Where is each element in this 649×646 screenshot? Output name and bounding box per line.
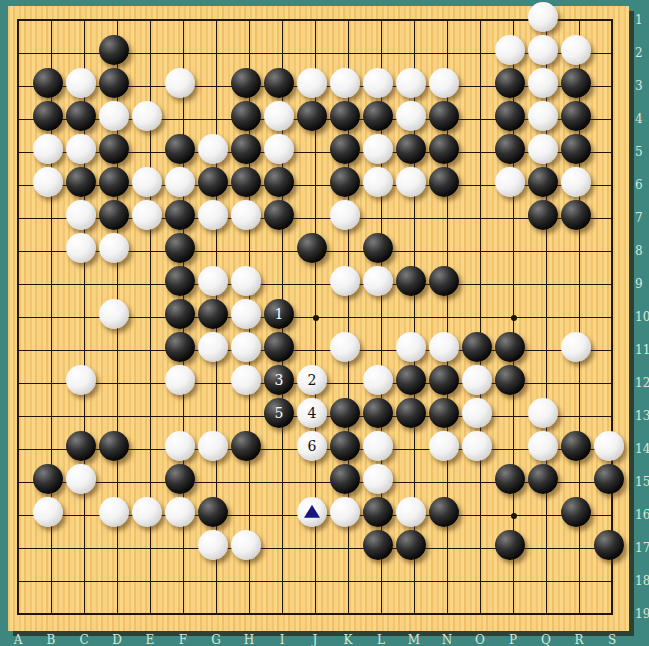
stone-R11 <box>561 332 591 362</box>
grid-hline-18 <box>18 581 613 582</box>
move-number-5: 5 <box>275 406 284 420</box>
stone-H10 <box>231 299 261 329</box>
column-label-J: J <box>313 633 318 646</box>
stone-K3 <box>330 68 360 98</box>
stone-Q15 <box>528 464 558 494</box>
stone-F12 <box>165 365 195 395</box>
stone-E4 <box>132 101 162 131</box>
stone-Q14 <box>528 431 558 461</box>
stone-N11 <box>429 332 459 362</box>
stone-G10 <box>198 299 228 329</box>
column-label-G: G <box>211 633 221 646</box>
stone-N5 <box>429 134 459 164</box>
stone-L6 <box>363 167 393 197</box>
column-label-A: A <box>14 633 23 646</box>
row-label-19: 19 <box>635 607 649 621</box>
stone-K7 <box>330 200 360 230</box>
stone-B15 <box>33 464 63 494</box>
stone-M9 <box>396 266 426 296</box>
stone-P11 <box>495 332 525 362</box>
row-label-8: 8 <box>635 244 643 258</box>
stone-N13 <box>429 398 459 428</box>
stone-L3 <box>363 68 393 98</box>
stone-D6 <box>99 167 129 197</box>
stone-L13 <box>363 398 393 428</box>
stone-M12 <box>396 365 426 395</box>
stone-C5 <box>66 134 96 164</box>
stone-L15 <box>363 464 393 494</box>
row-label-16: 16 <box>635 508 649 522</box>
star-point-P10 <box>511 315 517 321</box>
star-point-P16 <box>511 513 517 519</box>
stone-I7 <box>264 200 294 230</box>
stone-G16 <box>198 497 228 527</box>
column-label-E: E <box>146 633 155 646</box>
stone-O12 <box>462 365 492 395</box>
stone-M5 <box>396 134 426 164</box>
stone-B4 <box>33 101 63 131</box>
move-number-2: 2 <box>308 373 317 387</box>
stone-C12 <box>66 365 96 395</box>
stone-I6 <box>264 167 294 197</box>
stone-C8 <box>66 233 96 263</box>
stone-Q4 <box>528 101 558 131</box>
stone-K5 <box>330 134 360 164</box>
row-label-9: 9 <box>635 277 643 291</box>
stone-O14 <box>462 431 492 461</box>
stone-F14 <box>165 431 195 461</box>
stone-I10: 1 <box>264 299 294 329</box>
stone-N12 <box>429 365 459 395</box>
stone-N16 <box>429 497 459 527</box>
stone-H7 <box>231 200 261 230</box>
stone-Q3 <box>528 68 558 98</box>
stone-K4 <box>330 101 360 131</box>
stone-G7 <box>198 200 228 230</box>
column-label-N: N <box>442 633 453 646</box>
stone-R5 <box>561 134 591 164</box>
row-label-1: 1 <box>635 13 643 27</box>
stone-F3 <box>165 68 195 98</box>
stone-M11 <box>396 332 426 362</box>
stone-D2 <box>99 35 129 65</box>
stone-D5 <box>99 134 129 164</box>
stone-P12 <box>495 365 525 395</box>
stone-F15 <box>165 464 195 494</box>
stone-Q2 <box>528 35 558 65</box>
row-label-5: 5 <box>635 145 643 159</box>
column-label-S: S <box>608 633 616 646</box>
column-label-D: D <box>112 633 122 646</box>
stone-N3 <box>429 68 459 98</box>
stone-K9 <box>330 266 360 296</box>
move-number-6: 6 <box>308 439 317 453</box>
stone-R7 <box>561 200 591 230</box>
stone-L16 <box>363 497 393 527</box>
column-label-R: R <box>574 633 583 646</box>
stone-D14 <box>99 431 129 461</box>
stone-L12 <box>363 365 393 395</box>
stone-F8 <box>165 233 195 263</box>
stone-E7 <box>132 200 162 230</box>
star-point-J10 <box>313 315 319 321</box>
stone-D10 <box>99 299 129 329</box>
stone-G11 <box>198 332 228 362</box>
stone-J4 <box>297 101 327 131</box>
column-label-L: L <box>377 633 385 646</box>
stone-L14 <box>363 431 393 461</box>
stone-H3 <box>231 68 261 98</box>
column-label-M: M <box>408 633 420 646</box>
stone-R4 <box>561 101 591 131</box>
stone-L5 <box>363 134 393 164</box>
stone-O11 <box>462 332 492 362</box>
stone-I11 <box>264 332 294 362</box>
stone-R6 <box>561 167 591 197</box>
stone-M3 <box>396 68 426 98</box>
stone-R3 <box>561 68 591 98</box>
stone-Q6 <box>528 167 558 197</box>
row-label-12: 12 <box>635 376 649 390</box>
stone-Q5 <box>528 134 558 164</box>
row-label-15: 15 <box>635 475 649 489</box>
stone-J3 <box>297 68 327 98</box>
row-label-3: 3 <box>635 79 643 93</box>
stone-I12: 3 <box>264 365 294 395</box>
stone-C7 <box>66 200 96 230</box>
move-number-1: 1 <box>275 307 284 321</box>
stone-N9 <box>429 266 459 296</box>
stone-D8 <box>99 233 129 263</box>
stone-K14 <box>330 431 360 461</box>
stone-L8 <box>363 233 393 263</box>
column-label-Q: Q <box>541 633 551 646</box>
stone-F9 <box>165 266 195 296</box>
stone-F6 <box>165 167 195 197</box>
column-label-I: I <box>280 633 285 646</box>
stone-H12 <box>231 365 261 395</box>
stone-G17 <box>198 530 228 560</box>
row-label-6: 6 <box>635 178 643 192</box>
column-label-P: P <box>509 633 517 646</box>
stone-C4 <box>66 101 96 131</box>
stone-L17 <box>363 530 393 560</box>
stone-H14 <box>231 431 261 461</box>
stone-D3 <box>99 68 129 98</box>
go-board[interactable]: 132546 <box>8 6 629 631</box>
stone-I5 <box>264 134 294 164</box>
stone-F10 <box>165 299 195 329</box>
stone-N6 <box>429 167 459 197</box>
stone-K11 <box>330 332 360 362</box>
grid-vline-O <box>480 20 481 615</box>
stone-O13 <box>462 398 492 428</box>
stone-P17 <box>495 530 525 560</box>
column-label-K: K <box>344 633 353 646</box>
stone-C14 <box>66 431 96 461</box>
stone-K15 <box>330 464 360 494</box>
stone-F11 <box>165 332 195 362</box>
stone-P2 <box>495 35 525 65</box>
stone-C3 <box>66 68 96 98</box>
stone-C6 <box>66 167 96 197</box>
stone-K16 <box>330 497 360 527</box>
stone-J16 <box>297 497 327 527</box>
stone-I3 <box>264 68 294 98</box>
stone-G9 <box>198 266 228 296</box>
stone-S17 <box>594 530 624 560</box>
column-label-F: F <box>179 633 187 646</box>
stone-L9 <box>363 266 393 296</box>
stone-E6 <box>132 167 162 197</box>
stone-M4 <box>396 101 426 131</box>
stone-N4 <box>429 101 459 131</box>
row-label-10: 10 <box>635 310 649 324</box>
stone-J12: 2 <box>297 365 327 395</box>
stone-L4 <box>363 101 393 131</box>
stone-D7 <box>99 200 129 230</box>
stone-M17 <box>396 530 426 560</box>
row-label-4: 4 <box>635 112 643 126</box>
column-label-B: B <box>47 633 56 646</box>
row-label-18: 18 <box>635 574 649 588</box>
row-label-11: 11 <box>635 343 649 357</box>
stone-Q1 <box>528 2 558 32</box>
stone-B3 <box>33 68 63 98</box>
row-label-13: 13 <box>635 409 649 423</box>
stone-P5 <box>495 134 525 164</box>
stone-K6 <box>330 167 360 197</box>
stone-P15 <box>495 464 525 494</box>
row-label-17: 17 <box>635 541 649 555</box>
stone-B6 <box>33 167 63 197</box>
stone-R2 <box>561 35 591 65</box>
stone-H6 <box>231 167 261 197</box>
column-label-O: O <box>475 633 485 646</box>
stone-E16 <box>132 497 162 527</box>
stone-H5 <box>231 134 261 164</box>
stone-C15 <box>66 464 96 494</box>
stone-H9 <box>231 266 261 296</box>
row-label-2: 2 <box>635 46 643 60</box>
row-label-7: 7 <box>635 211 643 225</box>
stone-F16 <box>165 497 195 527</box>
stone-R16 <box>561 497 591 527</box>
stone-Q7 <box>528 200 558 230</box>
stone-R14 <box>561 431 591 461</box>
stone-I4 <box>264 101 294 131</box>
grid-vline-S <box>612 20 613 615</box>
stone-S14 <box>594 431 624 461</box>
column-label-C: C <box>79 633 88 646</box>
grid-hline-19 <box>18 614 613 615</box>
stone-H17 <box>231 530 261 560</box>
row-label-14: 14 <box>635 442 649 456</box>
stone-Q13 <box>528 398 558 428</box>
stone-J13: 4 <box>297 398 327 428</box>
stone-H11 <box>231 332 261 362</box>
stone-M6 <box>396 167 426 197</box>
stone-G5 <box>198 134 228 164</box>
column-label-H: H <box>244 633 254 646</box>
move-number-3: 3 <box>275 373 284 387</box>
stone-J8 <box>297 233 327 263</box>
stone-M13 <box>396 398 426 428</box>
stone-D4 <box>99 101 129 131</box>
stone-M16 <box>396 497 426 527</box>
stone-D16 <box>99 497 129 527</box>
triangle-mark-icon <box>304 505 320 518</box>
go-diagram-screenshot: { "game": "go", "board_size": 19, "colum… <box>0 0 649 646</box>
stone-G6 <box>198 167 228 197</box>
stone-I13: 5 <box>264 398 294 428</box>
stone-K13 <box>330 398 360 428</box>
stone-P3 <box>495 68 525 98</box>
stone-N14 <box>429 431 459 461</box>
stone-B5 <box>33 134 63 164</box>
stone-J14: 6 <box>297 431 327 461</box>
move-number-4: 4 <box>308 406 317 420</box>
stone-G14 <box>198 431 228 461</box>
stone-B16 <box>33 497 63 527</box>
stone-P4 <box>495 101 525 131</box>
stone-F7 <box>165 200 195 230</box>
stone-S15 <box>594 464 624 494</box>
stone-H4 <box>231 101 261 131</box>
stone-F5 <box>165 134 195 164</box>
stone-P6 <box>495 167 525 197</box>
